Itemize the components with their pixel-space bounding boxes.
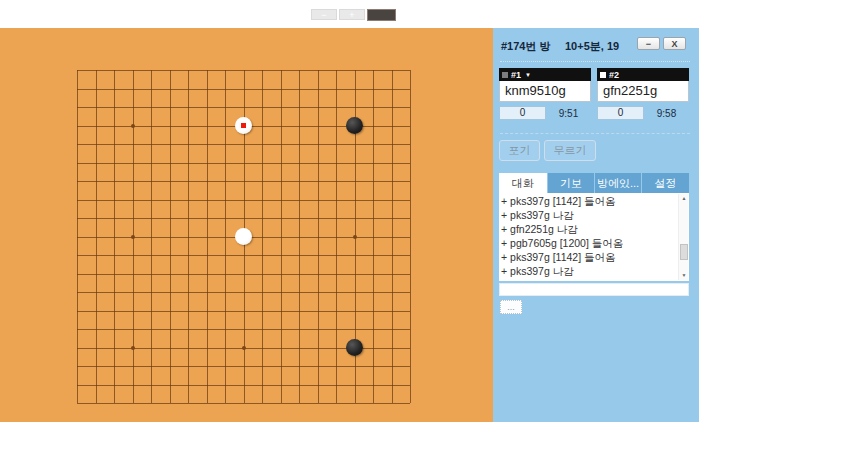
white-stone — [235, 228, 252, 245]
room-title: #174번 방 — [501, 39, 551, 54]
more-button[interactable]: ... — [500, 300, 522, 314]
zoom-in-button[interactable]: + — [339, 9, 365, 20]
room-time-settings: 10+5분, 19 — [565, 39, 619, 54]
black-stone — [346, 339, 363, 356]
chat-input[interactable] — [499, 283, 689, 296]
chat-message: + gfn2251g 나감 — [501, 222, 676, 236]
top-toolbar: − + — [311, 9, 396, 21]
chat-message: + pks397g 나감 — [501, 264, 676, 278]
star-point — [131, 346, 135, 350]
player1-timer-row: 0 9:51 — [499, 106, 591, 120]
tab-chat[interactable]: 대화 — [499, 173, 547, 193]
chat-message: + pks397g 나감 — [501, 208, 676, 222]
chevron-down-icon[interactable]: ▼ — [525, 72, 531, 78]
player2-name: gfn2251g — [597, 81, 689, 102]
panel-tabs: 대화 기보 방에있... 설정 — [499, 173, 689, 193]
player1-name: knm9510g — [499, 81, 591, 102]
player1-time: 9:51 — [546, 108, 591, 119]
separator — [500, 61, 690, 62]
tab-settings[interactable]: 설정 — [642, 173, 689, 193]
dark-swatch-button[interactable] — [367, 9, 396, 21]
black-stone — [346, 117, 363, 134]
star-point — [131, 235, 135, 239]
player1-card: #1 ▼ knm9510g 0 9:51 — [499, 68, 591, 120]
player2-timer-row: 0 9:58 — [597, 106, 689, 120]
go-board[interactable] — [68, 61, 420, 413]
player2-time: 9:58 — [644, 108, 689, 119]
app-window: − + #174번 방 10+5분, 19 − X #1 ▼ knm9510g … — [0, 0, 850, 449]
scrollbar-thumb[interactable] — [680, 244, 688, 260]
player1-stone-icon — [502, 72, 508, 78]
scroll-up-icon[interactable]: ▲ — [679, 194, 689, 203]
player2-stone-icon — [600, 72, 606, 78]
zoom-out-button[interactable]: − — [311, 9, 337, 20]
player1-captures: 0 — [499, 106, 546, 120]
player2-slot-label: #2 — [609, 70, 619, 80]
chat-message-list: + pks397g [1142] 들어옴+ pks397g 나감+ gfn225… — [501, 194, 676, 280]
chat-scrollbar[interactable]: ▲ ▼ — [678, 194, 688, 280]
player1-slot-label: #1 — [511, 70, 521, 80]
game-room-panel: #174번 방 10+5분, 19 − X #1 ▼ knm9510g 0 9:… — [493, 28, 699, 422]
chat-box: + pks397g [1142] 들어옴+ pks397g 나감+ gfn225… — [499, 193, 689, 281]
resign-button[interactable]: 포기 — [499, 140, 540, 161]
white-stone — [235, 117, 252, 134]
undo-button[interactable]: 무르기 — [544, 140, 596, 161]
chat-message: + pks397g [1142] 들어옴 — [501, 250, 676, 264]
close-button[interactable]: X — [663, 37, 686, 50]
minimize-button[interactable]: − — [637, 37, 660, 50]
player2-captures: 0 — [597, 106, 644, 120]
chat-message: + pgb7605g [1200] 들어옴 — [501, 236, 676, 250]
star-point — [131, 124, 135, 128]
player2-card: #2 gfn2251g 0 9:58 — [597, 68, 689, 120]
scroll-down-icon[interactable]: ▼ — [679, 271, 689, 280]
tab-room-users[interactable]: 방에있... — [595, 173, 641, 193]
player2-bar[interactable]: #2 — [597, 68, 689, 81]
last-move-marker-icon — [241, 123, 246, 128]
tab-game-record[interactable]: 기보 — [548, 173, 594, 193]
star-point — [353, 235, 357, 239]
chat-message: + pks397g [1142] 들어옴 — [501, 194, 676, 208]
player1-bar[interactable]: #1 ▼ — [499, 68, 591, 81]
separator — [500, 133, 690, 134]
go-board-area — [0, 28, 493, 422]
star-point — [242, 346, 246, 350]
